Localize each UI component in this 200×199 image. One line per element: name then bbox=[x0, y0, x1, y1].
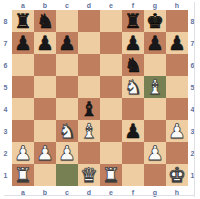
square-e5[interactable] bbox=[100, 76, 122, 98]
file-label-top-c: c bbox=[56, 0, 78, 10]
file-label-top-b: b bbox=[34, 0, 56, 10]
square-h5[interactable] bbox=[166, 76, 188, 98]
square-d1[interactable]: ♛ bbox=[78, 164, 100, 186]
white-king: ♚ bbox=[168, 164, 186, 186]
file-label-top-g: g bbox=[144, 0, 166, 10]
square-e4[interactable] bbox=[100, 98, 122, 120]
black-bishop: ♝ bbox=[80, 98, 98, 120]
square-a2[interactable]: ♟ bbox=[12, 142, 34, 164]
square-g3[interactable] bbox=[144, 120, 166, 142]
square-d3[interactable]: ♝ bbox=[78, 120, 100, 142]
rank-label-right-1: 1 bbox=[187, 164, 198, 186]
square-e3[interactable] bbox=[100, 120, 122, 142]
rank-label-right-7: 7 bbox=[187, 32, 198, 54]
square-d7[interactable] bbox=[78, 32, 100, 54]
black-pawn: ♟ bbox=[14, 32, 32, 54]
square-b5[interactable] bbox=[34, 76, 56, 98]
white-pawn: ♟ bbox=[168, 120, 186, 142]
square-a8[interactable]: ♜ bbox=[12, 10, 34, 32]
square-c5[interactable] bbox=[56, 76, 78, 98]
white-bishop: ♝ bbox=[80, 120, 98, 142]
square-a5[interactable] bbox=[12, 76, 34, 98]
black-pawn: ♟ bbox=[146, 32, 164, 54]
square-f5[interactable]: ♞ bbox=[122, 76, 144, 98]
square-h7[interactable]: ♟ bbox=[166, 32, 188, 54]
square-a6[interactable] bbox=[12, 54, 34, 76]
rank-label-right-3: 3 bbox=[187, 120, 198, 142]
square-b4[interactable] bbox=[34, 98, 56, 120]
black-pawn: ♟ bbox=[124, 32, 142, 54]
white-pawn: ♟ bbox=[14, 142, 32, 164]
black-knight: ♞ bbox=[36, 10, 54, 32]
square-b7[interactable]: ♟ bbox=[34, 32, 56, 54]
square-e8[interactable] bbox=[100, 10, 122, 32]
square-g5[interactable]: ♝ bbox=[144, 76, 166, 98]
square-h6[interactable] bbox=[166, 54, 188, 76]
black-pawn: ♟ bbox=[168, 32, 186, 54]
rank-label-left-6: 6 bbox=[0, 54, 11, 76]
rank-label-left-8: 8 bbox=[0, 10, 11, 32]
square-e7[interactable] bbox=[100, 32, 122, 54]
black-rook: ♜ bbox=[14, 10, 32, 32]
square-f2[interactable] bbox=[122, 142, 144, 164]
square-d6[interactable] bbox=[78, 54, 100, 76]
rank-label-left-5: 5 bbox=[0, 76, 11, 98]
square-e6[interactable] bbox=[100, 54, 122, 76]
file-label-top-f: f bbox=[122, 0, 144, 10]
panel-edge-vertical bbox=[194, 2, 195, 197]
chess-board: ♜♞♜♚♟♟♟♟♟♟♞♞♝♝♞♝♟♟♟♟♟♟♜♛♜♚ bbox=[12, 10, 188, 186]
white-rook: ♜ bbox=[102, 164, 120, 186]
square-a3[interactable] bbox=[12, 120, 34, 142]
black-knight: ♞ bbox=[124, 54, 142, 76]
square-d4[interactable]: ♝ bbox=[78, 98, 100, 120]
square-g2[interactable]: ♟ bbox=[144, 142, 166, 164]
square-b2[interactable]: ♟ bbox=[34, 142, 56, 164]
black-king: ♚ bbox=[146, 10, 164, 32]
square-c7[interactable]: ♟ bbox=[56, 32, 78, 54]
rank-label-right-4: 4 bbox=[187, 98, 198, 120]
rank-label-left-3: 3 bbox=[0, 120, 11, 142]
rank-label-left-1: 1 bbox=[0, 164, 11, 186]
square-f6[interactable]: ♞ bbox=[122, 54, 144, 76]
chess-board-widget: ♜♞♜♚♟♟♟♟♟♟♞♞♝♝♞♝♟♟♟♟♟♟♜♛♜♚ aabbccddeeffg… bbox=[0, 0, 200, 199]
file-label-top-h: h bbox=[166, 0, 188, 10]
square-c6[interactable] bbox=[56, 54, 78, 76]
rank-label-right-6: 6 bbox=[187, 54, 198, 76]
square-d8[interactable] bbox=[78, 10, 100, 32]
square-g7[interactable]: ♟ bbox=[144, 32, 166, 54]
white-queen: ♛ bbox=[80, 164, 98, 186]
white-knight: ♞ bbox=[124, 76, 142, 98]
square-a1[interactable]: ♜ bbox=[12, 164, 34, 186]
square-c2[interactable]: ♟ bbox=[56, 142, 78, 164]
square-h2[interactable] bbox=[166, 142, 188, 164]
square-b6[interactable] bbox=[34, 54, 56, 76]
square-c1[interactable] bbox=[56, 164, 78, 186]
black-pawn: ♟ bbox=[36, 32, 54, 54]
square-f4[interactable] bbox=[122, 98, 144, 120]
square-a7[interactable]: ♟ bbox=[12, 32, 34, 54]
square-f3[interactable]: ♟ bbox=[122, 120, 144, 142]
black-pawn: ♟ bbox=[58, 32, 76, 54]
square-e2[interactable] bbox=[100, 142, 122, 164]
black-rook: ♜ bbox=[124, 10, 142, 32]
square-h1[interactable]: ♚ bbox=[166, 164, 188, 186]
rank-label-right-2: 2 bbox=[187, 142, 198, 164]
square-g1[interactable] bbox=[144, 164, 166, 186]
square-b3[interactable] bbox=[34, 120, 56, 142]
square-d2[interactable] bbox=[78, 142, 100, 164]
white-pawn: ♟ bbox=[36, 142, 54, 164]
white-rook: ♜ bbox=[14, 164, 32, 186]
square-e1[interactable]: ♜ bbox=[100, 164, 122, 186]
rank-label-left-7: 7 bbox=[0, 32, 11, 54]
square-g8[interactable]: ♚ bbox=[144, 10, 166, 32]
square-f7[interactable]: ♟ bbox=[122, 32, 144, 54]
square-h4[interactable] bbox=[166, 98, 188, 120]
rank-label-left-4: 4 bbox=[0, 98, 11, 120]
white-knight: ♞ bbox=[58, 120, 76, 142]
square-d5[interactable] bbox=[78, 76, 100, 98]
square-b1[interactable] bbox=[34, 164, 56, 186]
square-g4[interactable] bbox=[144, 98, 166, 120]
file-label-top-e: e bbox=[100, 0, 122, 10]
square-c3[interactable]: ♞ bbox=[56, 120, 78, 142]
file-label-top-a: a bbox=[12, 0, 34, 10]
black-pawn: ♟ bbox=[124, 120, 142, 142]
rank-label-left-2: 2 bbox=[0, 142, 11, 164]
square-g6[interactable] bbox=[144, 54, 166, 76]
square-b8[interactable]: ♞ bbox=[34, 10, 56, 32]
square-f1[interactable] bbox=[122, 164, 144, 186]
square-a4[interactable] bbox=[12, 98, 34, 120]
square-h8[interactable] bbox=[166, 10, 188, 32]
square-h3[interactable]: ♟ bbox=[166, 120, 188, 142]
square-c4[interactable] bbox=[56, 98, 78, 120]
white-bishop: ♝ bbox=[146, 76, 164, 98]
panel-edge-horizontal bbox=[4, 195, 194, 196]
square-c8[interactable] bbox=[56, 10, 78, 32]
rank-label-right-5: 5 bbox=[187, 76, 198, 98]
white-pawn: ♟ bbox=[146, 142, 164, 164]
file-label-top-d: d bbox=[78, 0, 100, 10]
rank-label-right-8: 8 bbox=[187, 10, 198, 32]
white-pawn: ♟ bbox=[58, 142, 76, 164]
square-f8[interactable]: ♜ bbox=[122, 10, 144, 32]
